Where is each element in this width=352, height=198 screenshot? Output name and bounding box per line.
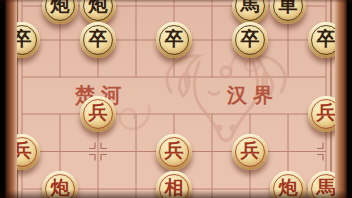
position-marker xyxy=(89,143,107,161)
piece-black-pawn-f6r3[interactable]: 卒 xyxy=(232,22,268,58)
position-marker xyxy=(317,143,323,161)
piece-black-cannon-f1r2[interactable]: 炮 xyxy=(42,0,78,24)
bottom-vignette xyxy=(0,190,352,198)
piece-glyph: 卒 xyxy=(241,26,260,52)
piece-black-chariot-f7r2[interactable]: 車 xyxy=(270,0,306,24)
piece-glyph: 兵 xyxy=(165,138,184,164)
wood-frame-left xyxy=(5,0,17,198)
piece-black-cannon-f2r2[interactable]: 炮 xyxy=(80,0,116,24)
piece-glyph: 兵 xyxy=(241,138,260,164)
piece-red-pawn-f4r6[interactable]: 兵 xyxy=(156,134,192,170)
piece-black-pawn-f2r3[interactable]: 卒 xyxy=(80,22,116,58)
piece-glyph: 卒 xyxy=(317,26,336,52)
piece-black-horse-f6r2[interactable]: 馬 xyxy=(232,0,268,24)
screen-edge-right xyxy=(347,0,352,198)
piece-glyph: 卒 xyxy=(89,26,108,52)
screen-edge-left xyxy=(0,0,5,198)
river-label-han-jie: 汉界 xyxy=(202,83,298,107)
piece-red-pawn-f2r5[interactable]: 兵 xyxy=(80,96,116,132)
piece-glyph: 兵 xyxy=(317,100,336,126)
piece-red-pawn-f6r6[interactable]: 兵 xyxy=(232,134,268,170)
xiangqi-game-screen: 楚河 汉界 炮炮馬車卒卒卒卒卒兵兵兵兵兵炮相炮馬 xyxy=(0,0,352,198)
piece-glyph: 兵 xyxy=(89,100,108,126)
xiangqi-board[interactable]: 楚河 汉界 炮炮馬車卒卒卒卒卒兵兵兵兵兵炮相炮馬 xyxy=(17,0,335,198)
top-vignette xyxy=(0,0,352,3)
piece-glyph: 卒 xyxy=(165,26,184,52)
piece-black-pawn-f4r3[interactable]: 卒 xyxy=(156,22,192,58)
wood-frame-right xyxy=(335,0,347,198)
